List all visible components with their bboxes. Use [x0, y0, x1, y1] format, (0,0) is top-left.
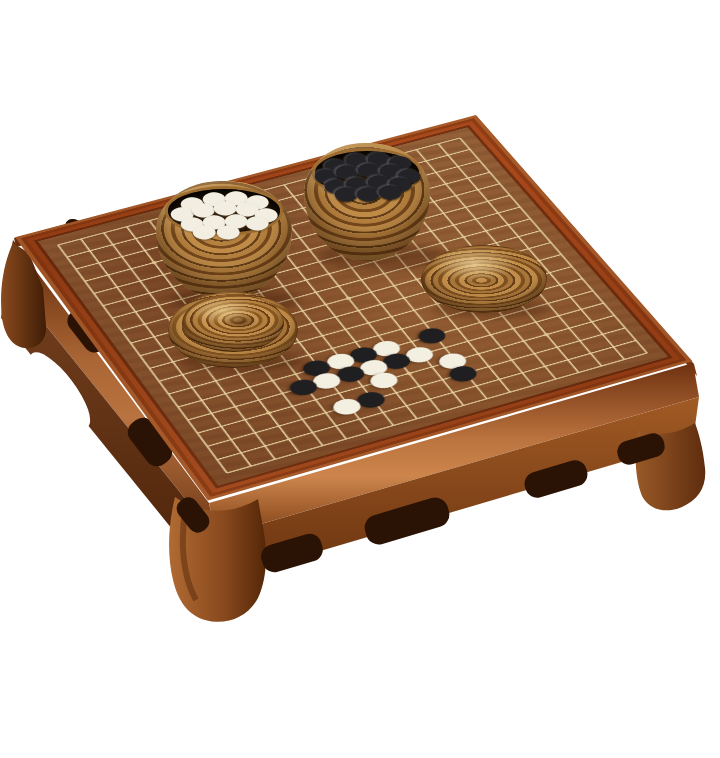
bowl-stones-black: ●●●●●●●●●●●●●●●● — [304, 143, 430, 261]
white-stone-bowl: ●●●●●●●●●●●●●●● — [156, 181, 292, 299]
black-stone-bowl: ●●●●●●●●●●●●●●●● — [304, 143, 430, 261]
apron-scallop — [447, 511, 565, 578]
apron-scallop — [283, 561, 382, 623]
bowl-stones-white: ●●●●●●●●●●●●●●● — [156, 181, 292, 299]
bowl-lid-right — [421, 245, 547, 313]
product-photo-scene: ●●●●●●●●●●●●●●●● ●●●●●●●●●●●●●●● ●●●●●●●… — [0, 0, 720, 758]
bowl-lid-stack-top — [182, 294, 284, 352]
